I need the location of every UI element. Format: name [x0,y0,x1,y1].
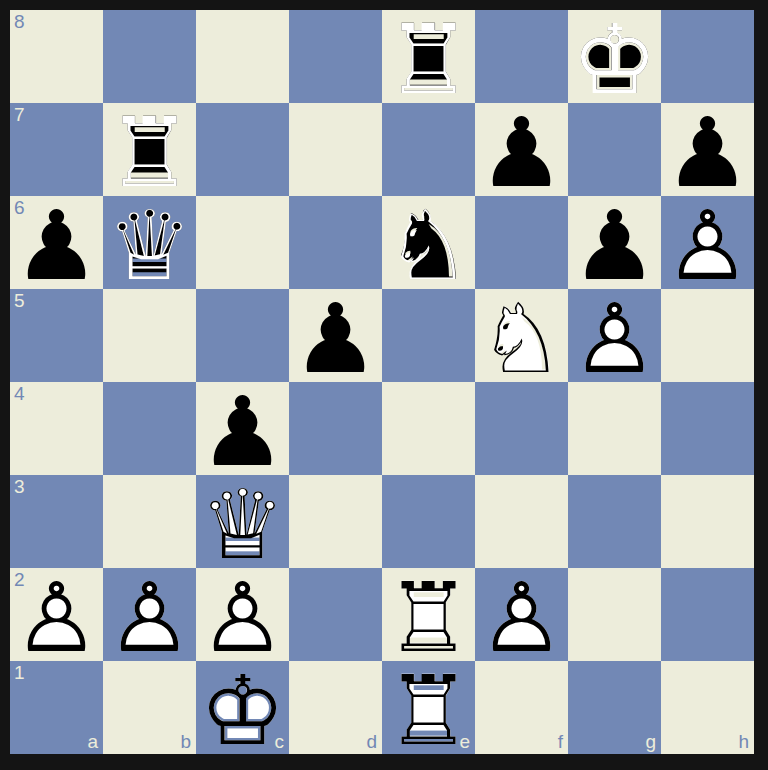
square-f7[interactable]: ♟︎ [475,103,568,196]
piece-white-pawn[interactable]: ♟︎♙︎ [196,568,289,661]
square-c2[interactable]: ♟︎♙︎ [196,568,289,661]
white-knight-outline: ♘︎ [478,291,564,387]
square-d2[interactable] [289,568,382,661]
piece-white-pawn[interactable]: ♟︎♙︎ [568,289,661,382]
white-king-outline: ♔︎ [199,663,285,759]
square-h6[interactable]: ♟︎♙︎ [661,196,754,289]
rank-label-1: 1 [14,662,25,684]
square-e3[interactable] [382,475,475,568]
piece-white-knight[interactable]: ♞︎♘︎ [475,289,568,382]
square-e4[interactable] [382,382,475,475]
square-d6[interactable] [289,196,382,289]
file-label-b: b [180,731,191,753]
square-a6[interactable]: 6♟︎ [10,196,103,289]
white-pawn-outline: ♙︎ [106,570,192,666]
square-c5[interactable] [196,289,289,382]
white-pawn-outline: ♙︎ [13,570,99,666]
file-label-g: g [645,731,656,753]
square-h1[interactable]: h [661,661,754,754]
rank-label-7: 7 [14,104,25,126]
square-f5[interactable]: ♞︎♘︎ [475,289,568,382]
black-pawn-glyph: ♟︎ [199,384,285,480]
piece-black-queen[interactable]: ♛︎♕︎ [103,196,196,289]
square-b6[interactable]: ♛︎♕︎ [103,196,196,289]
black-rook-outline: ♖︎ [106,105,192,201]
square-h8[interactable] [661,10,754,103]
chess-board: 8♜︎♖︎♚︎♔︎7♜︎♖︎♟︎♟︎6♟︎♛︎♕︎♞︎♘︎♟︎♟︎♙︎5♟︎♞︎… [10,10,754,754]
black-queen-outline: ♕︎ [106,198,192,294]
square-g7[interactable] [568,103,661,196]
black-pawn-glyph: ♟︎ [478,105,564,201]
square-a5[interactable]: 5 [10,289,103,382]
square-e7[interactable] [382,103,475,196]
square-e6[interactable]: ♞︎♘︎ [382,196,475,289]
black-king-outline: ♔︎ [571,12,657,108]
square-h7[interactable]: ♟︎ [661,103,754,196]
piece-white-pawn[interactable]: ♟︎♙︎ [10,568,103,661]
square-g8[interactable]: ♚︎♔︎ [568,10,661,103]
black-pawn-glyph: ♟︎ [571,198,657,294]
white-rook-outline: ♖︎ [385,663,471,759]
square-h4[interactable] [661,382,754,475]
white-rook-outline: ♖︎ [385,570,471,666]
white-pawn-outline: ♙︎ [664,198,750,294]
square-c4[interactable]: ♟︎ [196,382,289,475]
file-label-h: h [738,731,749,753]
square-h3[interactable] [661,475,754,568]
piece-black-king[interactable]: ♚︎♔︎ [568,10,661,103]
piece-white-queen[interactable]: ♛︎♕︎ [196,475,289,568]
square-f6[interactable] [475,196,568,289]
square-b4[interactable] [103,382,196,475]
piece-black-pawn[interactable]: ♟︎ [10,196,103,289]
black-knight-outline: ♘︎ [385,198,471,294]
square-c1[interactable]: c♚︎♔︎ [196,661,289,754]
square-e8[interactable]: ♜︎♖︎ [382,10,475,103]
square-d5[interactable]: ♟︎ [289,289,382,382]
square-g6[interactable]: ♟︎ [568,196,661,289]
square-g3[interactable] [568,475,661,568]
piece-black-pawn[interactable]: ♟︎ [661,103,754,196]
square-f1[interactable]: f [475,661,568,754]
piece-black-rook[interactable]: ♜︎♖︎ [382,10,475,103]
square-h5[interactable] [661,289,754,382]
square-c7[interactable] [196,103,289,196]
square-h2[interactable] [661,568,754,661]
rank-label-8: 8 [14,11,25,33]
piece-black-pawn[interactable]: ♟︎ [568,196,661,289]
rank-label-3: 3 [14,476,25,498]
black-rook-outline: ♖︎ [385,12,471,108]
rank-label-4: 4 [14,383,25,405]
white-pawn-outline: ♙︎ [199,570,285,666]
square-f4[interactable] [475,382,568,475]
file-label-d: d [366,731,377,753]
square-a2[interactable]: 2♟︎♙︎ [10,568,103,661]
square-d1[interactable]: d [289,661,382,754]
board-frame: 8♜︎♖︎♚︎♔︎7♜︎♖︎♟︎♟︎6♟︎♛︎♕︎♞︎♘︎♟︎♟︎♙︎5♟︎♞︎… [0,0,768,770]
piece-black-rook[interactable]: ♜︎♖︎ [103,103,196,196]
square-f3[interactable] [475,475,568,568]
black-pawn-glyph: ♟︎ [13,198,99,294]
square-d7[interactable] [289,103,382,196]
square-d3[interactable] [289,475,382,568]
piece-black-pawn[interactable]: ♟︎ [475,103,568,196]
square-c8[interactable] [196,10,289,103]
square-e1[interactable]: e♜︎♖︎ [382,661,475,754]
square-b8[interactable] [103,10,196,103]
square-g1[interactable]: g [568,661,661,754]
square-e5[interactable] [382,289,475,382]
piece-black-pawn[interactable]: ♟︎ [289,289,382,382]
square-f2[interactable]: ♟︎♙︎ [475,568,568,661]
piece-white-pawn[interactable]: ♟︎♙︎ [475,568,568,661]
square-b2[interactable]: ♟︎♙︎ [103,568,196,661]
white-pawn-outline: ♙︎ [478,570,564,666]
square-c3[interactable]: ♛︎♕︎ [196,475,289,568]
file-label-a: a [87,731,98,753]
piece-black-pawn[interactable]: ♟︎ [196,382,289,475]
piece-white-pawn[interactable]: ♟︎♙︎ [103,568,196,661]
piece-black-knight[interactable]: ♞︎♘︎ [382,196,475,289]
square-d4[interactable] [289,382,382,475]
square-b7[interactable]: ♜︎♖︎ [103,103,196,196]
rank-label-5: 5 [14,290,25,312]
square-c6[interactable] [196,196,289,289]
square-a3[interactable]: 3 [10,475,103,568]
square-g2[interactable] [568,568,661,661]
square-b5[interactable] [103,289,196,382]
piece-white-rook[interactable]: ♜︎♖︎ [382,568,475,661]
square-g5[interactable]: ♟︎♙︎ [568,289,661,382]
black-pawn-glyph: ♟︎ [664,105,750,201]
square-g4[interactable] [568,382,661,475]
square-a7[interactable]: 7 [10,103,103,196]
square-f8[interactable] [475,10,568,103]
square-e2[interactable]: ♜︎♖︎ [382,568,475,661]
square-a1[interactable]: 1a [10,661,103,754]
square-a8[interactable]: 8 [10,10,103,103]
black-pawn-glyph: ♟︎ [292,291,378,387]
white-pawn-outline: ♙︎ [571,291,657,387]
file-label-f: f [558,731,563,753]
piece-white-king[interactable]: ♚︎♔︎ [196,661,289,754]
square-b3[interactable] [103,475,196,568]
square-b1[interactable]: b [103,661,196,754]
square-d8[interactable] [289,10,382,103]
white-queen-outline: ♕︎ [199,477,285,573]
piece-white-rook[interactable]: ♜︎♖︎ [382,661,475,754]
square-a4[interactable]: 4 [10,382,103,475]
piece-white-pawn[interactable]: ♟︎♙︎ [661,196,754,289]
